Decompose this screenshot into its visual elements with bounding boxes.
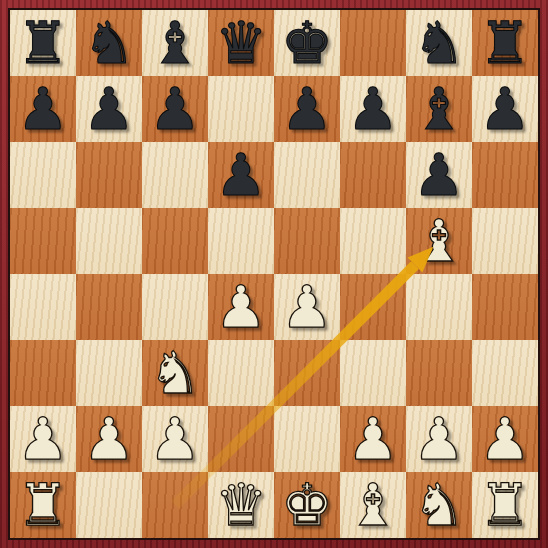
square-b5[interactable] <box>76 208 142 274</box>
square-d6[interactable]: ♟ <box>208 142 274 208</box>
white-pawn-piece[interactable]: ♟ <box>208 274 274 340</box>
white-knight-piece[interactable]: ♞ <box>142 340 208 406</box>
square-g6[interactable]: ♟ <box>406 142 472 208</box>
square-d7[interactable] <box>208 76 274 142</box>
square-f2[interactable]: ♟ <box>340 406 406 472</box>
square-e2[interactable] <box>274 406 340 472</box>
white-rook-piece[interactable]: ♜ <box>472 472 538 538</box>
square-h7[interactable]: ♟ <box>472 76 538 142</box>
square-h2[interactable]: ♟ <box>472 406 538 472</box>
square-b4[interactable] <box>76 274 142 340</box>
black-pawn-piece[interactable]: ♟ <box>76 76 142 142</box>
square-d5[interactable] <box>208 208 274 274</box>
black-rook-piece[interactable]: ♜ <box>10 10 76 76</box>
square-c7[interactable]: ♟ <box>142 76 208 142</box>
black-knight-piece[interactable]: ♞ <box>76 10 142 76</box>
square-e6[interactable] <box>274 142 340 208</box>
black-pawn-piece[interactable]: ♟ <box>10 76 76 142</box>
square-d3[interactable] <box>208 340 274 406</box>
black-pawn-piece[interactable]: ♟ <box>472 76 538 142</box>
square-e8[interactable]: ♚ <box>274 10 340 76</box>
white-pawn-piece[interactable]: ♟ <box>472 406 538 472</box>
square-a4[interactable] <box>10 274 76 340</box>
white-pawn-piece[interactable]: ♟ <box>274 274 340 340</box>
square-e7[interactable]: ♟ <box>274 76 340 142</box>
square-a1[interactable]: ♜ <box>10 472 76 538</box>
square-f8[interactable] <box>340 10 406 76</box>
square-a8[interactable]: ♜ <box>10 10 76 76</box>
white-rook-piece[interactable]: ♜ <box>10 472 76 538</box>
square-h1[interactable]: ♜ <box>472 472 538 538</box>
square-a2[interactable]: ♟ <box>10 406 76 472</box>
square-d4[interactable]: ♟ <box>208 274 274 340</box>
square-e1[interactable]: ♚ <box>274 472 340 538</box>
square-g7[interactable]: ♝ <box>406 76 472 142</box>
square-e4[interactable]: ♟ <box>274 274 340 340</box>
square-c2[interactable]: ♟ <box>142 406 208 472</box>
black-pawn-piece[interactable]: ♟ <box>208 142 274 208</box>
white-pawn-piece[interactable]: ♟ <box>340 406 406 472</box>
square-c5[interactable] <box>142 208 208 274</box>
square-h8[interactable]: ♜ <box>472 10 538 76</box>
square-g1[interactable]: ♞ <box>406 472 472 538</box>
chess-board: ♜♞♝♛♚♞♜♟♟♟♟♟♝♟♟♟♝♟♟♞♟♟♟♟♟♟♜♛♚♝♞♜ <box>10 10 538 538</box>
square-c6[interactable] <box>142 142 208 208</box>
black-pawn-piece[interactable]: ♟ <box>274 76 340 142</box>
white-queen-piece[interactable]: ♛ <box>208 472 274 538</box>
square-c1[interactable] <box>142 472 208 538</box>
square-a7[interactable]: ♟ <box>10 76 76 142</box>
black-bishop-piece[interactable]: ♝ <box>406 76 472 142</box>
square-d8[interactable]: ♛ <box>208 10 274 76</box>
square-d2[interactable] <box>208 406 274 472</box>
white-king-piece[interactable]: ♚ <box>274 472 340 538</box>
white-pawn-piece[interactable]: ♟ <box>406 406 472 472</box>
white-pawn-piece[interactable]: ♟ <box>142 406 208 472</box>
black-rook-piece[interactable]: ♜ <box>472 10 538 76</box>
square-c4[interactable] <box>142 274 208 340</box>
square-e5[interactable] <box>274 208 340 274</box>
square-g8[interactable]: ♞ <box>406 10 472 76</box>
square-f4[interactable] <box>340 274 406 340</box>
square-a5[interactable] <box>10 208 76 274</box>
board-frame: ♜♞♝♛♚♞♜♟♟♟♟♟♝♟♟♟♝♟♟♞♟♟♟♟♟♟♜♛♚♝♞♜ <box>0 0 548 548</box>
square-b2[interactable]: ♟ <box>76 406 142 472</box>
square-h6[interactable] <box>472 142 538 208</box>
square-g5[interactable]: ♝ <box>406 208 472 274</box>
square-b6[interactable] <box>76 142 142 208</box>
square-h5[interactable] <box>472 208 538 274</box>
white-knight-piece[interactable]: ♞ <box>406 472 472 538</box>
square-h4[interactable] <box>472 274 538 340</box>
black-pawn-piece[interactable]: ♟ <box>406 142 472 208</box>
square-b3[interactable] <box>76 340 142 406</box>
square-c3[interactable]: ♞ <box>142 340 208 406</box>
white-pawn-piece[interactable]: ♟ <box>10 406 76 472</box>
square-c8[interactable]: ♝ <box>142 10 208 76</box>
square-g4[interactable] <box>406 274 472 340</box>
square-a3[interactable] <box>10 340 76 406</box>
black-pawn-piece[interactable]: ♟ <box>340 76 406 142</box>
square-b8[interactable]: ♞ <box>76 10 142 76</box>
white-bishop-piece[interactable]: ♝ <box>340 472 406 538</box>
white-pawn-piece[interactable]: ♟ <box>76 406 142 472</box>
black-queen-piece[interactable]: ♛ <box>208 10 274 76</box>
square-f3[interactable] <box>340 340 406 406</box>
square-a6[interactable] <box>10 142 76 208</box>
square-b1[interactable] <box>76 472 142 538</box>
square-h3[interactable] <box>472 340 538 406</box>
square-f7[interactable]: ♟ <box>340 76 406 142</box>
square-f6[interactable] <box>340 142 406 208</box>
square-f1[interactable]: ♝ <box>340 472 406 538</box>
black-bishop-piece[interactable]: ♝ <box>142 10 208 76</box>
black-knight-piece[interactable]: ♞ <box>406 10 472 76</box>
white-bishop-piece[interactable]: ♝ <box>406 208 472 274</box>
black-pawn-piece[interactable]: ♟ <box>142 76 208 142</box>
square-d1[interactable]: ♛ <box>208 472 274 538</box>
black-king-piece[interactable]: ♚ <box>274 10 340 76</box>
square-g3[interactable] <box>406 340 472 406</box>
square-g2[interactable]: ♟ <box>406 406 472 472</box>
square-e3[interactable] <box>274 340 340 406</box>
square-f5[interactable] <box>340 208 406 274</box>
square-b7[interactable]: ♟ <box>76 76 142 142</box>
